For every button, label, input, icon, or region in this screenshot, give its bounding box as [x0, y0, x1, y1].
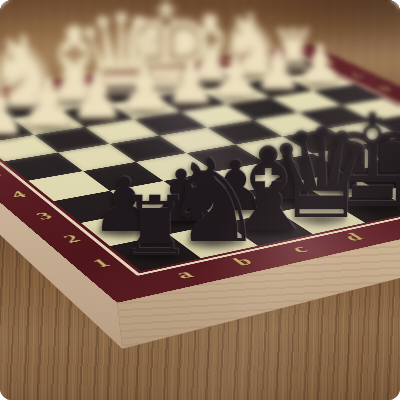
- chess-board: aa11bb22cc33dd44ee55ff66gg77hh88: [0, 58, 400, 271]
- photo-frame: aa11bb22cc33dd44ee55ff66gg77hh88 ♜♞♝♛♚♝♞…: [0, 0, 400, 400]
